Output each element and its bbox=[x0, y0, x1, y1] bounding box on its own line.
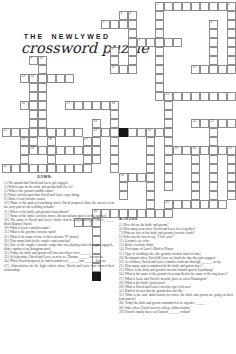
grid-cell[interactable] bbox=[65, 128, 74, 137]
grid-cell[interactable] bbox=[128, 38, 137, 47]
grid-cell[interactable] bbox=[74, 101, 83, 110]
grid-cell[interactable] bbox=[155, 47, 164, 56]
cell-number: 1 bbox=[157, 3, 159, 6]
grid-cell[interactable] bbox=[209, 137, 218, 146]
grid-cell[interactable] bbox=[83, 101, 92, 110]
grid-cell[interactable] bbox=[200, 119, 209, 128]
grid-cell[interactable] bbox=[164, 110, 173, 119]
grid-cell[interactable] bbox=[29, 92, 38, 101]
grid-cell[interactable] bbox=[65, 146, 74, 155]
grid-cell[interactable]: 30 bbox=[191, 146, 200, 155]
grid-cell[interactable] bbox=[47, 146, 56, 155]
grid-cell[interactable] bbox=[47, 164, 56, 173]
black-cell bbox=[119, 128, 128, 137]
grid-cell[interactable] bbox=[227, 119, 236, 128]
cell-number: 7 bbox=[139, 39, 141, 42]
grid-cell[interactable] bbox=[209, 200, 218, 209]
grid-cell[interactable] bbox=[146, 164, 155, 173]
grid-cell[interactable]: 20 bbox=[191, 119, 200, 128]
grid-cell[interactable] bbox=[83, 164, 92, 173]
grid-cell[interactable] bbox=[128, 128, 137, 137]
grid-cell[interactable] bbox=[218, 92, 227, 101]
cell-number: 13 bbox=[22, 75, 25, 78]
grid-cell[interactable] bbox=[29, 83, 38, 92]
grid-cell[interactable] bbox=[65, 74, 74, 83]
cell-number: 35 bbox=[166, 201, 169, 204]
grid-cell[interactable]: 35 bbox=[164, 200, 173, 209]
cell-number: 4 bbox=[130, 12, 132, 15]
grid-cell[interactable] bbox=[191, 173, 200, 182]
grid-cell[interactable] bbox=[209, 38, 218, 47]
grid-cell[interactable] bbox=[209, 191, 218, 200]
grid-cell[interactable] bbox=[20, 164, 29, 173]
grid-cell[interactable] bbox=[74, 146, 83, 155]
grid-cell[interactable] bbox=[110, 56, 119, 65]
grid-cell[interactable] bbox=[164, 182, 173, 191]
grid-cell[interactable] bbox=[110, 119, 119, 128]
grid-cell[interactable]: 25 bbox=[20, 137, 29, 146]
down-clues: 1.) The month that David and Lacie got e… bbox=[4, 181, 114, 272]
cell-number: 18 bbox=[112, 102, 115, 105]
grid-cell[interactable] bbox=[29, 164, 38, 173]
grid-cell[interactable] bbox=[38, 83, 47, 92]
cell-number: 14 bbox=[31, 75, 34, 78]
grid-cell[interactable] bbox=[227, 38, 236, 47]
cell-number: 3 bbox=[121, 12, 123, 15]
clue-item: 18.) The name of David and Lacie's home … bbox=[4, 218, 114, 226]
grid-cell[interactable] bbox=[47, 128, 56, 137]
grid-cell[interactable]: 9 bbox=[29, 56, 38, 65]
grid-cell[interactable] bbox=[92, 137, 101, 146]
grid-cell[interactable] bbox=[119, 191, 128, 200]
grid-cell[interactable]: 5 bbox=[101, 20, 110, 29]
grid-cell[interactable] bbox=[146, 137, 155, 146]
grid-cell[interactable] bbox=[209, 155, 218, 164]
grid-cell[interactable] bbox=[146, 200, 155, 209]
grid-cell[interactable] bbox=[56, 74, 65, 83]
grid-cell[interactable] bbox=[155, 20, 164, 29]
grid-cell[interactable] bbox=[74, 128, 83, 137]
grid-cell[interactable] bbox=[38, 110, 47, 119]
grid-cell[interactable] bbox=[101, 128, 110, 137]
grid-cell[interactable]: 10 bbox=[38, 56, 47, 65]
grid-cell[interactable]: 19 bbox=[92, 119, 101, 128]
grid-cell[interactable] bbox=[227, 56, 236, 65]
grid-cell[interactable] bbox=[56, 128, 65, 137]
grid-cell[interactable] bbox=[182, 2, 191, 11]
grid-cell[interactable] bbox=[227, 47, 236, 56]
grid-cell[interactable] bbox=[128, 47, 137, 56]
grid-cell[interactable]: 34 bbox=[119, 173, 128, 182]
clue-item: 24.) What is the name of the groom's bes… bbox=[119, 272, 233, 276]
grid-cell[interactable] bbox=[155, 83, 164, 92]
cell-number: 17 bbox=[67, 102, 70, 105]
grid-cell[interactable] bbox=[146, 38, 155, 47]
cell-number: 5 bbox=[103, 21, 105, 24]
grid-cell[interactable] bbox=[155, 38, 164, 47]
grid-cell[interactable]: 26 bbox=[47, 137, 56, 146]
grid-cell[interactable] bbox=[209, 2, 218, 11]
grid-cell[interactable] bbox=[119, 65, 128, 74]
grid-cell[interactable]: 17 bbox=[65, 101, 74, 110]
cell-number: 26 bbox=[49, 138, 52, 141]
grid-cell[interactable]: 22 bbox=[2, 128, 11, 137]
cell-number: 21 bbox=[211, 120, 214, 123]
clue-item: 39.) David's family has a well known ___… bbox=[119, 310, 233, 314]
grid-cell[interactable] bbox=[29, 119, 38, 128]
grid-cell[interactable]: 4 bbox=[128, 11, 137, 20]
cell-number: 6 bbox=[211, 21, 213, 24]
grid-cell[interactable] bbox=[128, 56, 137, 65]
grid-cell[interactable]: 28 bbox=[29, 146, 38, 155]
grid-cell[interactable] bbox=[155, 74, 164, 83]
grid-cell[interactable]: 6 bbox=[209, 20, 218, 29]
grid-cell[interactable] bbox=[164, 173, 173, 182]
grid-cell[interactable] bbox=[155, 56, 164, 65]
grid-cell[interactable] bbox=[191, 92, 200, 101]
cell-number: 24 bbox=[148, 129, 151, 132]
grid-cell[interactable] bbox=[38, 65, 47, 74]
grid-cell[interactable] bbox=[227, 29, 236, 38]
grid-cell[interactable] bbox=[200, 92, 209, 101]
grid-cell[interactable] bbox=[209, 182, 218, 191]
grid-cell[interactable] bbox=[164, 2, 173, 11]
grid-cell[interactable] bbox=[218, 2, 227, 11]
grid-cell[interactable] bbox=[29, 101, 38, 110]
grid-cell[interactable] bbox=[209, 173, 218, 182]
cell-number: 25 bbox=[22, 138, 25, 141]
grid-cell[interactable] bbox=[164, 101, 173, 110]
down-clues-column: DOWN: 1.) The month that David and Lacie… bbox=[4, 175, 114, 272]
cell-number: 23 bbox=[94, 129, 97, 132]
cell-number: 31 bbox=[229, 147, 232, 150]
grid-cell[interactable] bbox=[38, 92, 47, 101]
grid-cell[interactable] bbox=[209, 128, 218, 137]
grid-cell[interactable] bbox=[56, 164, 65, 173]
across-header: ACROSS bbox=[119, 217, 233, 222]
grid-cell[interactable] bbox=[173, 38, 182, 47]
grid-cell[interactable] bbox=[38, 101, 47, 110]
grid-cell[interactable] bbox=[209, 56, 218, 65]
grid-cell[interactable] bbox=[38, 164, 47, 173]
grid-cell[interactable] bbox=[137, 128, 146, 137]
cell-number: 32 bbox=[4, 165, 7, 168]
clue-item: 35.) What is the state abbreviation for … bbox=[119, 293, 233, 301]
cell-number: 15 bbox=[166, 93, 169, 96]
grid-cell[interactable] bbox=[110, 137, 119, 146]
grid-cell[interactable] bbox=[38, 128, 47, 137]
grid-cell[interactable]: 24 bbox=[146, 128, 155, 137]
grid-cell[interactable] bbox=[110, 20, 119, 29]
grid-cell[interactable] bbox=[20, 128, 29, 137]
grid-cell[interactable] bbox=[146, 173, 155, 182]
grid-cell[interactable] bbox=[119, 20, 128, 29]
grid-cell[interactable] bbox=[182, 92, 191, 101]
grid-cell[interactable] bbox=[218, 119, 227, 128]
grid-cell[interactable] bbox=[200, 2, 209, 11]
grid-cell[interactable]: 7 bbox=[137, 38, 146, 47]
grid-cell[interactable] bbox=[227, 155, 236, 164]
grid-cell[interactable] bbox=[227, 182, 236, 191]
grid-cell[interactable] bbox=[173, 200, 182, 209]
page: { "game": "crossword (newlywed wedding-t… bbox=[0, 0, 236, 354]
grid-cell[interactable]: 12 bbox=[191, 65, 200, 74]
grid-cell[interactable] bbox=[38, 146, 47, 155]
grid-cell[interactable] bbox=[155, 29, 164, 38]
grid-cell[interactable] bbox=[209, 92, 218, 101]
down-header: DOWN: bbox=[4, 175, 86, 180]
grid-cell[interactable] bbox=[164, 155, 173, 164]
cell-number: 28 bbox=[31, 147, 34, 150]
title-line-2: crossword puzzle bbox=[21, 41, 113, 56]
grid-cell[interactable]: 1 bbox=[155, 2, 164, 11]
grid-cell[interactable] bbox=[92, 101, 101, 110]
grid-cell[interactable] bbox=[227, 65, 236, 74]
grid-cell[interactable] bbox=[146, 191, 155, 200]
grid-cell[interactable] bbox=[227, 92, 236, 101]
grid-cell[interactable] bbox=[227, 164, 236, 173]
across-clues: 2.) How old are the bride and groom?4.) … bbox=[119, 223, 233, 314]
grid-cell[interactable] bbox=[29, 110, 38, 119]
grid-cell[interactable] bbox=[65, 164, 74, 173]
across-clues-column: ACROSS 2.) How old are the bride and gro… bbox=[119, 217, 233, 314]
cell-number: 2 bbox=[229, 3, 231, 6]
grid-cell[interactable] bbox=[173, 2, 182, 11]
grid-cell[interactable] bbox=[119, 182, 128, 191]
grid-cell[interactable] bbox=[128, 173, 137, 182]
grid-cell[interactable] bbox=[227, 11, 236, 20]
grid-cell[interactable] bbox=[11, 128, 20, 137]
grid-cell[interactable] bbox=[128, 29, 137, 38]
grid-cell[interactable] bbox=[110, 110, 119, 119]
title-line-1: THE NEWLYWED bbox=[21, 33, 113, 40]
grid-cell[interactable] bbox=[146, 146, 155, 155]
cell-number: 22 bbox=[4, 129, 7, 132]
cell-number: 16 bbox=[22, 102, 25, 105]
grid-cell[interactable] bbox=[110, 164, 119, 173]
grid-cell[interactable] bbox=[164, 146, 173, 155]
grid-cell[interactable] bbox=[164, 164, 173, 173]
grid-cell[interactable] bbox=[20, 146, 29, 155]
grid-cell[interactable] bbox=[74, 164, 83, 173]
cell-number: 8 bbox=[112, 48, 114, 51]
grid-cell[interactable] bbox=[191, 191, 200, 200]
grid-cell[interactable] bbox=[191, 182, 200, 191]
grid-cell[interactable] bbox=[209, 164, 218, 173]
grid-cell[interactable] bbox=[47, 155, 56, 164]
grid-cell[interactable]: 11 bbox=[110, 65, 119, 74]
clue-item: 30.) One of the couple's favorite songs … bbox=[4, 243, 114, 251]
grid-cell[interactable] bbox=[227, 20, 236, 29]
grid-cell[interactable] bbox=[218, 65, 227, 74]
cell-number: 10 bbox=[40, 57, 43, 60]
grid-cell[interactable] bbox=[209, 65, 218, 74]
grid-cell[interactable] bbox=[164, 119, 173, 128]
cell-number: 9 bbox=[31, 57, 33, 60]
grid-cell[interactable] bbox=[227, 173, 236, 182]
grid-cell[interactable] bbox=[92, 155, 101, 164]
grid-cell[interactable] bbox=[128, 65, 137, 74]
clue-item: 10.) Name of the park in Lynchburg where… bbox=[4, 201, 114, 209]
grid-cell[interactable] bbox=[47, 74, 56, 83]
cell-number: 12 bbox=[193, 66, 196, 69]
grid-cell[interactable] bbox=[191, 164, 200, 173]
grid-cell[interactable] bbox=[200, 146, 209, 155]
grid-cell[interactable]: 18 bbox=[110, 101, 119, 110]
grid-cell[interactable] bbox=[200, 65, 209, 74]
cell-number: 27 bbox=[85, 138, 88, 141]
grid-cell[interactable] bbox=[128, 20, 137, 29]
grid-cell[interactable] bbox=[83, 146, 92, 155]
grid-cell[interactable] bbox=[155, 92, 164, 101]
grid-cell[interactable] bbox=[137, 173, 146, 182]
grid-cell[interactable] bbox=[218, 146, 227, 155]
grid-cell[interactable]: 14 bbox=[29, 74, 38, 83]
grid-cell[interactable]: 13 bbox=[20, 74, 29, 83]
cell-number: 11 bbox=[112, 66, 115, 69]
grid-cell[interactable]: 16 bbox=[20, 101, 29, 110]
grid-cell[interactable]: 32 bbox=[2, 164, 11, 173]
clue-item: 37.) Abbreviation for the high school wh… bbox=[4, 264, 114, 272]
grid-cell[interactable] bbox=[11, 164, 20, 173]
grid-cell[interactable] bbox=[56, 146, 65, 155]
grid-cell[interactable] bbox=[20, 155, 29, 164]
cell-number: 34 bbox=[121, 174, 124, 177]
grid-cell[interactable] bbox=[182, 200, 191, 209]
grid-cell[interactable] bbox=[209, 47, 218, 56]
grid-cell[interactable] bbox=[155, 11, 164, 20]
grid-cell[interactable] bbox=[101, 101, 110, 110]
grid-cell[interactable] bbox=[29, 128, 38, 137]
grid-cell[interactable] bbox=[218, 200, 227, 209]
grid-cell[interactable] bbox=[173, 92, 182, 101]
cell-number: 20 bbox=[193, 120, 196, 123]
grid-cell[interactable]: 3 bbox=[119, 11, 128, 20]
black-cell bbox=[92, 272, 101, 281]
grid-cell[interactable] bbox=[38, 119, 47, 128]
grid-cell[interactable]: 29 bbox=[173, 146, 182, 155]
cell-number: 30 bbox=[193, 147, 196, 150]
grid-cell[interactable]: 8 bbox=[110, 47, 119, 56]
grid-cell[interactable] bbox=[92, 146, 101, 155]
grid-cell[interactable]: 15 bbox=[164, 92, 173, 101]
grid-cell[interactable] bbox=[209, 146, 218, 155]
grid-cell[interactable] bbox=[83, 155, 92, 164]
grid-cell[interactable] bbox=[164, 128, 173, 137]
cell-number: 29 bbox=[175, 147, 178, 150]
grid-cell[interactable] bbox=[191, 200, 200, 209]
grid-cell[interactable] bbox=[38, 74, 47, 83]
grid-cell[interactable] bbox=[164, 38, 173, 47]
grid-cell[interactable] bbox=[110, 128, 119, 137]
puzzle-title: THE NEWLYWED crossword puzzle bbox=[21, 33, 113, 56]
grid-cell[interactable] bbox=[209, 29, 218, 38]
grid-cell[interactable] bbox=[110, 146, 119, 155]
grid-cell[interactable] bbox=[110, 155, 119, 164]
grid-cell[interactable] bbox=[155, 128, 164, 137]
grid-cell[interactable] bbox=[191, 155, 200, 164]
grid-cell[interactable] bbox=[164, 137, 173, 146]
grid-cell[interactable] bbox=[191, 2, 200, 11]
grid-cell[interactable] bbox=[227, 191, 236, 200]
grid-cell[interactable] bbox=[155, 65, 164, 74]
grid-cell[interactable]: 23 bbox=[92, 128, 101, 137]
grid-cell[interactable]: 31 bbox=[227, 146, 236, 155]
grid-cell[interactable] bbox=[200, 200, 209, 209]
cell-number: 19 bbox=[94, 120, 97, 123]
grid-cell[interactable] bbox=[146, 182, 155, 191]
grid-cell[interactable] bbox=[29, 137, 38, 146]
grid-cell[interactable]: 2 bbox=[227, 2, 236, 11]
grid-cell[interactable]: 21 bbox=[209, 119, 218, 128]
grid-cell[interactable] bbox=[182, 146, 191, 155]
grid-cell[interactable]: 27 bbox=[83, 137, 92, 146]
grid-cell[interactable] bbox=[146, 155, 155, 164]
